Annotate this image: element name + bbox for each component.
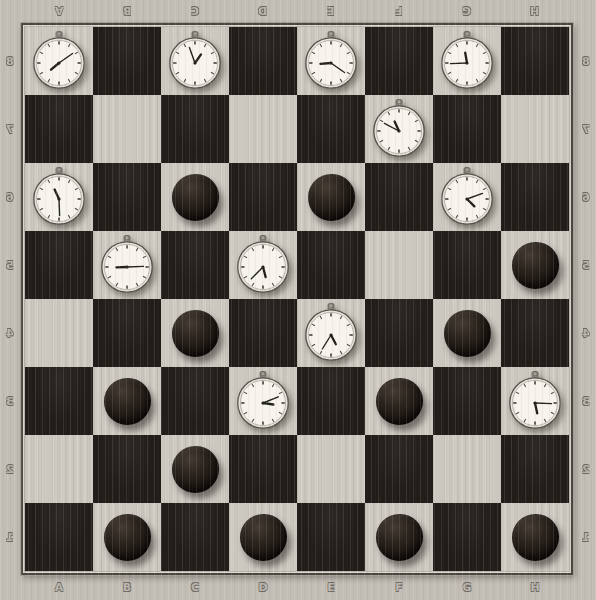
pocket-watch-piece-d5[interactable] — [236, 235, 290, 293]
square-f4[interactable] — [365, 299, 433, 367]
square-c8[interactable] — [161, 27, 229, 95]
square-g6[interactable] — [433, 163, 501, 231]
rank-label-left-8: 8 — [1, 27, 19, 95]
file-label-bottom-f: F — [365, 578, 433, 596]
square-b7[interactable] — [93, 95, 161, 163]
rank-label-right-6: 6 — [577, 163, 595, 231]
file-label-top-f: F — [365, 1, 433, 19]
pocket-watch-piece-d3[interactable] — [236, 371, 290, 429]
pocket-watch-piece-a6[interactable] — [32, 167, 86, 225]
square-f1[interactable] — [365, 503, 433, 571]
black-checker-b1[interactable] — [104, 514, 151, 561]
rank-label-left-4: 4 — [1, 299, 19, 367]
square-d6[interactable] — [229, 163, 297, 231]
square-h1[interactable] — [501, 503, 569, 571]
rank-labels-right: 87654321 — [577, 27, 595, 571]
clock-face-graphic — [440, 167, 494, 225]
square-d5[interactable] — [229, 231, 297, 299]
square-h8[interactable] — [501, 27, 569, 95]
board-frame — [21, 23, 573, 575]
square-c6[interactable] — [161, 163, 229, 231]
square-c5[interactable] — [161, 231, 229, 299]
square-f7[interactable] — [365, 95, 433, 163]
pocket-watch-piece-b5[interactable] — [100, 235, 154, 293]
rank-label-right-5: 5 — [577, 231, 595, 299]
file-label-top-d: D — [229, 1, 297, 19]
square-g5[interactable] — [433, 231, 501, 299]
square-d3[interactable] — [229, 367, 297, 435]
file-labels-top: ABCDEFGH — [25, 1, 569, 19]
square-a5[interactable] — [25, 231, 93, 299]
clock-face-graphic — [236, 235, 290, 293]
rank-label-left-5: 5 — [1, 231, 19, 299]
file-label-bottom-g: G — [433, 578, 501, 596]
square-g4[interactable] — [433, 299, 501, 367]
rank-label-right-7: 7 — [577, 95, 595, 163]
clock-face-graphic — [304, 303, 358, 361]
square-e3[interactable] — [297, 367, 365, 435]
pocket-watch-piece-a8[interactable] — [32, 31, 86, 89]
square-e4[interactable] — [297, 299, 365, 367]
file-label-top-b: B — [93, 1, 161, 19]
square-b2[interactable] — [93, 435, 161, 503]
rank-labels-left: 87654321 — [1, 27, 19, 571]
square-a3[interactable] — [25, 367, 93, 435]
pocket-watch-piece-e8[interactable] — [304, 31, 358, 89]
rank-label-left-1: 1 — [1, 503, 19, 571]
rank-label-right-2: 2 — [577, 435, 595, 503]
black-checker-c4[interactable] — [172, 310, 219, 357]
square-f2[interactable] — [365, 435, 433, 503]
square-e6[interactable] — [297, 163, 365, 231]
square-c2[interactable] — [161, 435, 229, 503]
black-checker-h5[interactable] — [512, 242, 559, 289]
square-e1[interactable] — [297, 503, 365, 571]
rank-label-right-4: 4 — [577, 299, 595, 367]
square-g1[interactable] — [433, 503, 501, 571]
square-b6[interactable] — [93, 163, 161, 231]
file-label-bottom-a: A — [25, 578, 93, 596]
black-checker-c6[interactable] — [172, 174, 219, 221]
square-g8[interactable] — [433, 27, 501, 95]
square-f3[interactable] — [365, 367, 433, 435]
black-checker-e6[interactable] — [308, 174, 355, 221]
file-label-bottom-e: E — [297, 578, 365, 596]
clock-face-graphic — [236, 371, 290, 429]
square-b5[interactable] — [93, 231, 161, 299]
pocket-watch-piece-e4[interactable] — [304, 303, 358, 361]
rank-label-right-8: 8 — [577, 27, 595, 95]
clock-face-graphic — [508, 371, 562, 429]
black-checker-b3[interactable] — [104, 378, 151, 425]
square-h6[interactable] — [501, 163, 569, 231]
pocket-watch-piece-g8[interactable] — [440, 31, 494, 89]
square-b3[interactable] — [93, 367, 161, 435]
rank-label-left-7: 7 — [1, 95, 19, 163]
square-a2[interactable] — [25, 435, 93, 503]
square-f5[interactable] — [365, 231, 433, 299]
black-checker-f1[interactable] — [376, 514, 423, 561]
black-checker-c2[interactable] — [172, 446, 219, 493]
square-g3[interactable] — [433, 367, 501, 435]
black-checker-g4[interactable] — [444, 310, 491, 357]
clock-face-graphic — [100, 235, 154, 293]
black-checker-f3[interactable] — [376, 378, 423, 425]
square-d1[interactable] — [229, 503, 297, 571]
clock-face-graphic — [440, 31, 494, 89]
square-h2[interactable] — [501, 435, 569, 503]
square-e7[interactable] — [297, 95, 365, 163]
square-e8[interactable] — [297, 27, 365, 95]
file-label-bottom-c: C — [161, 578, 229, 596]
square-f6[interactable] — [365, 163, 433, 231]
pocket-watch-piece-g6[interactable] — [440, 167, 494, 225]
square-b4[interactable] — [93, 299, 161, 367]
pocket-watch-piece-c8[interactable] — [168, 31, 222, 89]
square-h7[interactable] — [501, 95, 569, 163]
file-label-top-a: A — [25, 1, 93, 19]
square-h5[interactable] — [501, 231, 569, 299]
square-c4[interactable] — [161, 299, 229, 367]
rank-label-right-1: 1 — [577, 503, 595, 571]
file-label-top-e: E — [297, 1, 365, 19]
file-label-bottom-d: D — [229, 578, 297, 596]
clock-face-graphic — [168, 31, 222, 89]
square-a8[interactable] — [25, 27, 93, 95]
square-a1[interactable] — [25, 503, 93, 571]
file-label-bottom-h: H — [501, 578, 569, 596]
square-a7[interactable] — [25, 95, 93, 163]
file-label-top-g: G — [433, 1, 501, 19]
rank-label-left-2: 2 — [1, 435, 19, 503]
square-b1[interactable] — [93, 503, 161, 571]
file-label-bottom-b: B — [93, 578, 161, 596]
clock-face-graphic — [32, 31, 86, 89]
square-a4[interactable] — [25, 299, 93, 367]
file-label-top-c: C — [161, 1, 229, 19]
black-checker-h1[interactable] — [512, 514, 559, 561]
photo-of-checkers-board: { "game": "checkers (draughts) — surreal… — [0, 0, 596, 600]
square-d8[interactable] — [229, 27, 297, 95]
square-c7[interactable] — [161, 95, 229, 163]
square-b8[interactable] — [93, 27, 161, 95]
board-grid — [25, 27, 569, 571]
pocket-watch-piece-f7[interactable] — [372, 99, 426, 157]
square-d2[interactable] — [229, 435, 297, 503]
file-label-top-h: H — [501, 1, 569, 19]
square-d7[interactable] — [229, 95, 297, 163]
rank-label-left-6: 6 — [1, 163, 19, 231]
square-g2[interactable] — [433, 435, 501, 503]
rank-label-left-3: 3 — [1, 367, 19, 435]
clock-face-graphic — [32, 167, 86, 225]
square-d4[interactable] — [229, 299, 297, 367]
square-c1[interactable] — [161, 503, 229, 571]
black-checker-d1[interactable] — [240, 514, 287, 561]
square-g7[interactable] — [433, 95, 501, 163]
file-labels-bottom: ABCDEFGH — [25, 578, 569, 596]
square-e5[interactable] — [297, 231, 365, 299]
square-h4[interactable] — [501, 299, 569, 367]
pocket-watch-piece-h3[interactable] — [508, 371, 562, 429]
clock-face-graphic — [304, 31, 358, 89]
clock-face-graphic — [372, 99, 426, 157]
square-h3[interactable] — [501, 367, 569, 435]
square-c3[interactable] — [161, 367, 229, 435]
square-a6[interactable] — [25, 163, 93, 231]
rank-label-right-3: 3 — [577, 367, 595, 435]
square-f8[interactable] — [365, 27, 433, 95]
square-e2[interactable] — [297, 435, 365, 503]
